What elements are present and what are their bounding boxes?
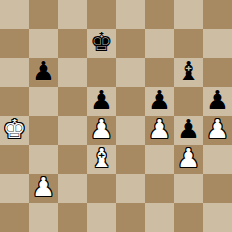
square-a1[interactable] [0, 203, 29, 232]
square-h3[interactable] [203, 145, 232, 174]
square-b8[interactable] [29, 0, 58, 29]
square-b2[interactable]: ♟ [29, 174, 58, 203]
square-e4[interactable] [116, 116, 145, 145]
square-f3[interactable] [145, 145, 174, 174]
square-e5[interactable] [116, 87, 145, 116]
square-h4[interactable]: ♟ [203, 116, 232, 145]
square-g6[interactable]: ♝ [174, 58, 203, 87]
square-c5[interactable] [58, 87, 87, 116]
square-b3[interactable] [29, 145, 58, 174]
square-b4[interactable] [29, 116, 58, 145]
piece-black-bishop[interactable]: ♝ [177, 58, 200, 86]
square-f4[interactable]: ♟ [145, 116, 174, 145]
square-b6[interactable]: ♟ [29, 58, 58, 87]
square-d4[interactable]: ♟ [87, 116, 116, 145]
square-g4[interactable]: ♟ [174, 116, 203, 145]
square-e8[interactable] [116, 0, 145, 29]
square-d3[interactable]: ♝ [87, 145, 116, 174]
square-g2[interactable] [174, 174, 203, 203]
square-c1[interactable] [58, 203, 87, 232]
square-d8[interactable] [87, 0, 116, 29]
piece-white-pawn[interactable]: ♟ [148, 116, 171, 144]
square-b1[interactable] [29, 203, 58, 232]
piece-white-bishop[interactable]: ♝ [90, 145, 113, 173]
square-b5[interactable] [29, 87, 58, 116]
square-h6[interactable] [203, 58, 232, 87]
square-a4[interactable]: ♚ [0, 116, 29, 145]
square-g8[interactable] [174, 0, 203, 29]
piece-white-pawn[interactable]: ♟ [177, 145, 200, 173]
square-d5[interactable]: ♟ [87, 87, 116, 116]
piece-black-pawn[interactable]: ♟ [206, 87, 229, 115]
square-e1[interactable] [116, 203, 145, 232]
square-e3[interactable] [116, 145, 145, 174]
piece-white-pawn[interactable]: ♟ [32, 174, 55, 202]
square-h8[interactable] [203, 0, 232, 29]
square-d1[interactable] [87, 203, 116, 232]
square-c4[interactable] [58, 116, 87, 145]
piece-black-pawn[interactable]: ♟ [177, 116, 200, 144]
square-f2[interactable] [145, 174, 174, 203]
square-a3[interactable] [0, 145, 29, 174]
chess-board: ♚♟♝♟♟♟♚♟♟♟♟♝♟♟ [0, 0, 232, 232]
square-c6[interactable] [58, 58, 87, 87]
square-c3[interactable] [58, 145, 87, 174]
square-f8[interactable] [145, 0, 174, 29]
square-d2[interactable] [87, 174, 116, 203]
square-a8[interactable] [0, 0, 29, 29]
square-b7[interactable] [29, 29, 58, 58]
square-d6[interactable] [87, 58, 116, 87]
square-a5[interactable] [0, 87, 29, 116]
piece-white-pawn[interactable]: ♟ [90, 116, 113, 144]
square-a6[interactable] [0, 58, 29, 87]
square-f6[interactable] [145, 58, 174, 87]
square-e2[interactable] [116, 174, 145, 203]
square-h1[interactable] [203, 203, 232, 232]
square-e7[interactable] [116, 29, 145, 58]
piece-black-king[interactable]: ♚ [90, 29, 113, 57]
square-e6[interactable] [116, 58, 145, 87]
square-c8[interactable] [58, 0, 87, 29]
square-g7[interactable] [174, 29, 203, 58]
square-g1[interactable] [174, 203, 203, 232]
square-a2[interactable] [0, 174, 29, 203]
square-g5[interactable] [174, 87, 203, 116]
piece-black-pawn[interactable]: ♟ [32, 58, 55, 86]
piece-black-pawn[interactable]: ♟ [148, 87, 171, 115]
square-g3[interactable]: ♟ [174, 145, 203, 174]
square-d7[interactable]: ♚ [87, 29, 116, 58]
piece-black-pawn[interactable]: ♟ [90, 87, 113, 115]
piece-white-king[interactable]: ♚ [3, 116, 26, 144]
square-c2[interactable] [58, 174, 87, 203]
square-h5[interactable]: ♟ [203, 87, 232, 116]
square-f7[interactable] [145, 29, 174, 58]
square-h2[interactable] [203, 174, 232, 203]
square-a7[interactable] [0, 29, 29, 58]
square-c7[interactable] [58, 29, 87, 58]
square-h7[interactable] [203, 29, 232, 58]
piece-white-pawn[interactable]: ♟ [206, 116, 229, 144]
square-f1[interactable] [145, 203, 174, 232]
square-f5[interactable]: ♟ [145, 87, 174, 116]
